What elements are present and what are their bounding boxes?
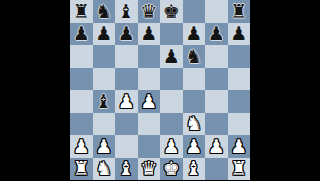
white-bishop-icon: ♝ bbox=[185, 159, 202, 178]
square-e8[interactable]: ♚ bbox=[160, 0, 183, 23]
white-bishop-icon: ♝ bbox=[118, 159, 135, 178]
square-e7[interactable] bbox=[160, 23, 183, 46]
square-c6[interactable] bbox=[115, 45, 138, 68]
square-d1[interactable]: ♛ bbox=[138, 158, 161, 181]
square-f4[interactable] bbox=[183, 90, 206, 113]
square-f8[interactable] bbox=[183, 0, 206, 23]
white-rook-icon: ♜ bbox=[230, 159, 247, 178]
black-pawn-icon: ♟ bbox=[185, 24, 202, 43]
square-c1[interactable]: ♝ bbox=[115, 158, 138, 181]
square-d4[interactable]: ♟ bbox=[138, 90, 161, 113]
white-pawn-icon: ♟ bbox=[230, 136, 247, 155]
square-e3[interactable] bbox=[160, 113, 183, 136]
square-d5[interactable] bbox=[138, 68, 161, 91]
black-pawn-icon: ♟ bbox=[95, 24, 112, 43]
black-rook-icon: ♜ bbox=[230, 1, 247, 20]
white-knight-icon: ♞ bbox=[95, 159, 112, 178]
square-h8[interactable]: ♜ bbox=[228, 0, 251, 23]
square-a3[interactable] bbox=[70, 113, 93, 136]
square-e4[interactable] bbox=[160, 90, 183, 113]
chess-board: ♜♞♝♛♚♜♟♟♟♟♟♟♟♟♞♝♟♟♞♟♟♟♟♟♟♜♞♝♛♚♝♜ bbox=[70, 0, 250, 180]
square-g6[interactable] bbox=[205, 45, 228, 68]
white-pawn-icon: ♟ bbox=[73, 136, 90, 155]
black-king-icon: ♚ bbox=[163, 1, 180, 20]
square-e5[interactable] bbox=[160, 68, 183, 91]
square-h3[interactable] bbox=[228, 113, 251, 136]
square-c4[interactable]: ♟ bbox=[115, 90, 138, 113]
square-a7[interactable]: ♟ bbox=[70, 23, 93, 46]
square-f3[interactable]: ♞ bbox=[183, 113, 206, 136]
black-pawn-icon: ♟ bbox=[140, 24, 157, 43]
square-a1[interactable]: ♜ bbox=[70, 158, 93, 181]
black-rook-icon: ♜ bbox=[73, 1, 90, 20]
square-a8[interactable]: ♜ bbox=[70, 0, 93, 23]
square-d3[interactable] bbox=[138, 113, 161, 136]
square-a6[interactable] bbox=[70, 45, 93, 68]
white-rook-icon: ♜ bbox=[73, 159, 90, 178]
square-f1[interactable]: ♝ bbox=[183, 158, 206, 181]
square-b3[interactable] bbox=[93, 113, 116, 136]
white-pawn-icon: ♟ bbox=[95, 136, 112, 155]
square-d7[interactable]: ♟ bbox=[138, 23, 161, 46]
square-h7[interactable]: ♟ bbox=[228, 23, 251, 46]
square-b8[interactable]: ♞ bbox=[93, 0, 116, 23]
square-h6[interactable] bbox=[228, 45, 251, 68]
black-bishop-icon: ♝ bbox=[118, 1, 135, 20]
square-g2[interactable]: ♟ bbox=[205, 135, 228, 158]
square-b1[interactable]: ♞ bbox=[93, 158, 116, 181]
square-f7[interactable]: ♟ bbox=[183, 23, 206, 46]
square-c7[interactable]: ♟ bbox=[115, 23, 138, 46]
black-pawn-icon: ♟ bbox=[208, 24, 225, 43]
black-knight-icon: ♞ bbox=[185, 46, 202, 65]
square-c5[interactable] bbox=[115, 68, 138, 91]
square-c3[interactable] bbox=[115, 113, 138, 136]
square-g7[interactable]: ♟ bbox=[205, 23, 228, 46]
black-knight-icon: ♞ bbox=[95, 1, 112, 20]
square-g4[interactable] bbox=[205, 90, 228, 113]
square-e1[interactable]: ♚ bbox=[160, 158, 183, 181]
square-g1[interactable] bbox=[205, 158, 228, 181]
square-f6[interactable]: ♞ bbox=[183, 45, 206, 68]
square-b4[interactable]: ♝ bbox=[93, 90, 116, 113]
square-c2[interactable] bbox=[115, 135, 138, 158]
square-h4[interactable] bbox=[228, 90, 251, 113]
black-bishop-icon: ♝ bbox=[95, 91, 112, 110]
square-b2[interactable]: ♟ bbox=[93, 135, 116, 158]
black-pawn-icon: ♟ bbox=[163, 46, 180, 65]
square-d6[interactable] bbox=[138, 45, 161, 68]
square-c8[interactable]: ♝ bbox=[115, 0, 138, 23]
square-h2[interactable]: ♟ bbox=[228, 135, 251, 158]
square-e2[interactable]: ♟ bbox=[160, 135, 183, 158]
square-b7[interactable]: ♟ bbox=[93, 23, 116, 46]
square-f5[interactable] bbox=[183, 68, 206, 91]
square-h1[interactable]: ♜ bbox=[228, 158, 251, 181]
square-b5[interactable] bbox=[93, 68, 116, 91]
white-pawn-icon: ♟ bbox=[163, 136, 180, 155]
letterbox-right bbox=[250, 0, 320, 180]
letterbox-left bbox=[0, 0, 70, 180]
square-g8[interactable] bbox=[205, 0, 228, 23]
white-knight-icon: ♞ bbox=[185, 114, 202, 133]
white-pawn-icon: ♟ bbox=[185, 136, 202, 155]
square-a5[interactable] bbox=[70, 68, 93, 91]
white-king-icon: ♚ bbox=[163, 159, 180, 178]
white-queen-icon: ♛ bbox=[140, 159, 157, 178]
white-pawn-icon: ♟ bbox=[118, 91, 135, 110]
white-pawn-icon: ♟ bbox=[208, 136, 225, 155]
square-a2[interactable]: ♟ bbox=[70, 135, 93, 158]
square-d8[interactable]: ♛ bbox=[138, 0, 161, 23]
black-queen-icon: ♛ bbox=[140, 1, 157, 20]
black-pawn-icon: ♟ bbox=[118, 24, 135, 43]
black-pawn-icon: ♟ bbox=[230, 24, 247, 43]
square-g5[interactable] bbox=[205, 68, 228, 91]
video-frame: ♜♞♝♛♚♜♟♟♟♟♟♟♟♟♞♝♟♟♞♟♟♟♟♟♟♜♞♝♛♚♝♜ bbox=[0, 0, 320, 180]
square-d2[interactable] bbox=[138, 135, 161, 158]
square-e6[interactable]: ♟ bbox=[160, 45, 183, 68]
square-b6[interactable] bbox=[93, 45, 116, 68]
white-pawn-icon: ♟ bbox=[140, 91, 157, 110]
square-f2[interactable]: ♟ bbox=[183, 135, 206, 158]
black-pawn-icon: ♟ bbox=[73, 24, 90, 43]
square-g3[interactable] bbox=[205, 113, 228, 136]
square-h5[interactable] bbox=[228, 68, 251, 91]
square-a4[interactable] bbox=[70, 90, 93, 113]
